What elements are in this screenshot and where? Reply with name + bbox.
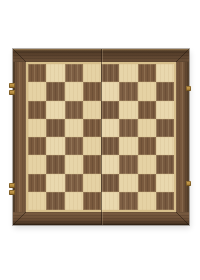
square-g7[interactable]	[138, 82, 156, 100]
square-h7[interactable]	[156, 82, 174, 100]
square-a1[interactable]	[28, 192, 46, 210]
hinge-knuckle-icon	[9, 183, 15, 188]
square-d2[interactable]	[83, 174, 101, 192]
square-d8[interactable]	[83, 64, 101, 82]
square-g4[interactable]	[138, 137, 156, 155]
square-e4[interactable]	[101, 137, 119, 155]
square-h6[interactable]	[156, 101, 174, 119]
square-g1[interactable]	[138, 192, 156, 210]
square-c1[interactable]	[65, 192, 83, 210]
square-a2[interactable]	[28, 174, 46, 192]
square-a3[interactable]	[28, 155, 46, 173]
square-f5[interactable]	[119, 119, 137, 137]
square-c3[interactable]	[65, 155, 83, 173]
board-frame-right	[176, 62, 189, 212]
square-b5[interactable]	[46, 119, 64, 137]
brass-latch-pin-icon	[186, 181, 191, 186]
brass-hinge-icon	[9, 83, 15, 95]
square-b7[interactable]	[46, 82, 64, 100]
square-c7[interactable]	[65, 82, 83, 100]
square-h1[interactable]	[156, 192, 174, 210]
square-g8[interactable]	[138, 64, 156, 82]
square-d5[interactable]	[83, 119, 101, 137]
square-h4[interactable]	[156, 137, 174, 155]
square-b4[interactable]	[46, 137, 64, 155]
square-c8[interactable]	[65, 64, 83, 82]
square-c2[interactable]	[65, 174, 83, 192]
square-f1[interactable]	[119, 192, 137, 210]
square-e5[interactable]	[101, 119, 119, 137]
square-b2[interactable]	[46, 174, 64, 192]
square-e3[interactable]	[101, 155, 119, 173]
square-d7[interactable]	[83, 82, 101, 100]
chess-board	[13, 49, 189, 225]
square-a8[interactable]	[28, 64, 46, 82]
square-g5[interactable]	[138, 119, 156, 137]
square-a5[interactable]	[28, 119, 46, 137]
square-e2[interactable]	[101, 174, 119, 192]
square-a7[interactable]	[28, 82, 46, 100]
square-c4[interactable]	[65, 137, 83, 155]
square-b6[interactable]	[46, 101, 64, 119]
square-e1[interactable]	[101, 192, 119, 210]
square-g2[interactable]	[138, 174, 156, 192]
square-e7[interactable]	[101, 82, 119, 100]
square-g3[interactable]	[138, 155, 156, 173]
square-d1[interactable]	[83, 192, 101, 210]
square-b1[interactable]	[46, 192, 64, 210]
square-d3[interactable]	[83, 155, 101, 173]
square-b8[interactable]	[46, 64, 64, 82]
brass-latch-pin-icon	[186, 86, 191, 91]
fold-seam	[101, 49, 102, 225]
square-a4[interactable]	[28, 137, 46, 155]
square-e6[interactable]	[101, 101, 119, 119]
square-c5[interactable]	[65, 119, 83, 137]
square-h2[interactable]	[156, 174, 174, 192]
square-a6[interactable]	[28, 101, 46, 119]
hinge-knuckle-icon	[9, 83, 15, 88]
square-c6[interactable]	[65, 101, 83, 119]
square-f6[interactable]	[119, 101, 137, 119]
square-h5[interactable]	[156, 119, 174, 137]
product-photo-canvas	[0, 0, 200, 280]
square-d4[interactable]	[83, 137, 101, 155]
square-f8[interactable]	[119, 64, 137, 82]
square-h8[interactable]	[156, 64, 174, 82]
square-h3[interactable]	[156, 155, 174, 173]
hinge-knuckle-icon	[9, 190, 15, 195]
square-d6[interactable]	[83, 101, 101, 119]
square-f3[interactable]	[119, 155, 137, 173]
square-f4[interactable]	[119, 137, 137, 155]
square-f7[interactable]	[119, 82, 137, 100]
square-e8[interactable]	[101, 64, 119, 82]
square-b3[interactable]	[46, 155, 64, 173]
brass-hinge-icon	[9, 183, 15, 195]
hinge-knuckle-icon	[9, 90, 15, 95]
square-g6[interactable]	[138, 101, 156, 119]
square-f2[interactable]	[119, 174, 137, 192]
